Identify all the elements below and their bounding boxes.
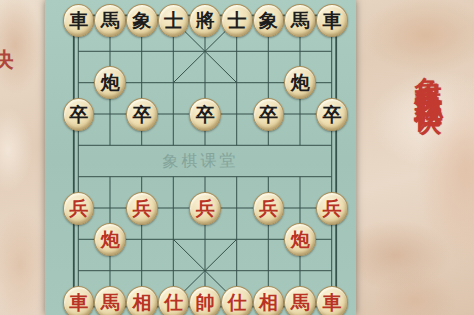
cell-i8[interactable] xyxy=(316,67,348,98)
cell-e4[interactable]: 兵 xyxy=(189,192,221,223)
cell-e9[interactable] xyxy=(189,36,221,67)
piece-black-卒[interactable]: 卒 xyxy=(63,98,95,131)
cell-h7[interactable] xyxy=(284,98,316,129)
piece-red-兵[interactable]: 兵 xyxy=(189,192,221,225)
piece-glyph: 馬 xyxy=(101,293,120,312)
cell-d3[interactable] xyxy=(158,224,190,255)
piece-glyph: 卒 xyxy=(196,105,215,124)
cell-e7[interactable]: 卒 xyxy=(189,98,221,129)
piece-glyph: 車 xyxy=(69,11,88,30)
piece-black-士[interactable]: 士 xyxy=(158,4,190,37)
cell-e5[interactable] xyxy=(189,161,221,192)
cell-h2[interactable] xyxy=(284,255,316,286)
piece-black-車[interactable]: 車 xyxy=(63,4,95,37)
piece-glyph: 將 xyxy=(196,11,215,30)
piece-glyph: 卒 xyxy=(259,105,278,124)
cell-f8[interactable] xyxy=(221,67,253,98)
piece-black-士[interactable]: 士 xyxy=(221,4,253,37)
piece-red-相[interactable]: 相 xyxy=(253,286,285,315)
piece-glyph: 兵 xyxy=(132,199,151,218)
piece-glyph: 帥 xyxy=(196,293,215,312)
piece-red-仕[interactable]: 仕 xyxy=(221,286,253,315)
cell-a8[interactable] xyxy=(63,67,95,98)
cell-g5[interactable] xyxy=(253,161,285,192)
cell-g10[interactable]: 象 xyxy=(253,5,285,36)
cell-d4[interactable] xyxy=(158,192,190,223)
xiangqi-board: 象棋课堂 車馬象士將士象馬車炮炮卒卒卒卒卒兵兵兵兵兵炮炮車馬相仕帥仕相馬車 xyxy=(45,0,356,315)
cell-e8[interactable] xyxy=(189,67,221,98)
cell-i5[interactable] xyxy=(316,161,348,192)
cell-a9[interactable] xyxy=(63,36,95,67)
cell-f1[interactable]: 仕 xyxy=(221,286,253,315)
piece-glyph: 士 xyxy=(227,11,246,30)
cell-c9[interactable] xyxy=(126,36,158,67)
cell-c8[interactable] xyxy=(126,67,158,98)
piece-glyph: 炮 xyxy=(291,230,310,249)
cell-c3[interactable] xyxy=(126,224,158,255)
cell-a1[interactable]: 車 xyxy=(63,286,95,315)
cell-f3[interactable] xyxy=(221,224,253,255)
piece-red-炮[interactable]: 炮 xyxy=(94,223,126,256)
piece-black-車[interactable]: 車 xyxy=(316,4,348,37)
cell-d1[interactable]: 仕 xyxy=(158,286,190,315)
piece-glyph: 兵 xyxy=(259,199,278,218)
cell-d7[interactable] xyxy=(158,98,190,129)
piece-glyph: 馬 xyxy=(101,11,120,30)
cell-a5[interactable] xyxy=(63,161,95,192)
cell-g7[interactable]: 卒 xyxy=(253,98,285,129)
piece-glyph: 仕 xyxy=(227,293,246,312)
piece-black-卒[interactable]: 卒 xyxy=(126,98,158,131)
cell-h4[interactable] xyxy=(284,192,316,223)
cell-b8[interactable]: 炮 xyxy=(94,67,126,98)
cell-h1[interactable]: 馬 xyxy=(284,286,316,315)
piece-black-炮[interactable]: 炮 xyxy=(284,66,316,99)
piece-glyph: 車 xyxy=(322,293,341,312)
piece-black-象[interactable]: 象 xyxy=(126,4,158,37)
piece-black-卒[interactable]: 卒 xyxy=(189,98,221,131)
cell-f9[interactable] xyxy=(221,36,253,67)
piece-red-仕[interactable]: 仕 xyxy=(158,286,190,315)
piece-black-卒[interactable]: 卒 xyxy=(316,98,348,131)
piece-red-炮[interactable]: 炮 xyxy=(284,223,316,256)
cell-i10[interactable]: 車 xyxy=(316,5,348,36)
cell-c7[interactable]: 卒 xyxy=(126,98,158,129)
cell-e1[interactable]: 帥 xyxy=(189,286,221,315)
cell-c4[interactable]: 兵 xyxy=(126,192,158,223)
piece-glyph: 卒 xyxy=(132,105,151,124)
piece-red-兵[interactable]: 兵 xyxy=(316,192,348,225)
cell-i4[interactable]: 兵 xyxy=(316,192,348,223)
piece-glyph: 象 xyxy=(132,11,151,30)
piece-red-馬[interactable]: 馬 xyxy=(94,286,126,315)
cell-b7[interactable] xyxy=(94,98,126,129)
cell-h8[interactable]: 炮 xyxy=(284,67,316,98)
piece-red-車[interactable]: 車 xyxy=(316,286,348,315)
cell-h3[interactable]: 炮 xyxy=(284,224,316,255)
piece-black-馬[interactable]: 馬 xyxy=(284,4,316,37)
cell-g1[interactable]: 相 xyxy=(253,286,285,315)
cell-i6[interactable] xyxy=(316,130,348,161)
cell-i9[interactable] xyxy=(316,36,348,67)
piece-glyph: 兵 xyxy=(322,199,341,218)
cell-a3[interactable] xyxy=(63,224,95,255)
piece-black-卒[interactable]: 卒 xyxy=(253,98,285,131)
cell-b10[interactable]: 馬 xyxy=(94,5,126,36)
cell-c1[interactable]: 相 xyxy=(126,286,158,315)
piece-glyph: 仕 xyxy=(164,293,183,312)
cell-b4[interactable] xyxy=(94,192,126,223)
cell-h5[interactable] xyxy=(284,161,316,192)
piece-red-兵[interactable]: 兵 xyxy=(253,192,285,225)
cell-c5[interactable] xyxy=(126,161,158,192)
piece-glyph: 相 xyxy=(132,293,151,312)
cell-e3[interactable] xyxy=(189,224,221,255)
piece-black-將[interactable]: 將 xyxy=(189,4,221,37)
piece-glyph: 炮 xyxy=(101,73,120,92)
cell-h9[interactable] xyxy=(284,36,316,67)
piece-glyph: 卒 xyxy=(69,105,88,124)
cell-a10[interactable]: 車 xyxy=(63,5,95,36)
piece-glyph: 卒 xyxy=(322,105,341,124)
cell-a6[interactable] xyxy=(63,130,95,161)
piece-red-馬[interactable]: 馬 xyxy=(284,286,316,315)
piece-red-帥[interactable]: 帥 xyxy=(189,286,221,315)
cell-d10[interactable]: 士 xyxy=(158,5,190,36)
cell-d2[interactable] xyxy=(158,255,190,286)
cell-b2[interactable] xyxy=(94,255,126,286)
cell-d8[interactable] xyxy=(158,67,190,98)
piece-red-車[interactable]: 車 xyxy=(63,286,95,315)
piece-red-相[interactable]: 相 xyxy=(126,286,158,315)
piece-glyph: 炮 xyxy=(291,73,310,92)
cell-c6[interactable] xyxy=(126,130,158,161)
piece-black-馬[interactable]: 馬 xyxy=(94,4,126,37)
cell-c2[interactable] xyxy=(126,255,158,286)
cell-i7[interactable]: 卒 xyxy=(316,98,348,129)
cell-h10[interactable]: 馬 xyxy=(284,5,316,36)
cell-f10[interactable]: 士 xyxy=(221,5,253,36)
cell-f4[interactable] xyxy=(221,192,253,223)
piece-glyph: 象 xyxy=(259,11,278,30)
piece-glyph: 兵 xyxy=(69,199,88,218)
piece-glyph: 馬 xyxy=(291,11,310,30)
piece-glyph: 相 xyxy=(259,293,278,312)
cell-g4[interactable]: 兵 xyxy=(253,192,285,223)
cell-f6[interactable] xyxy=(221,130,253,161)
piece-black-炮[interactable]: 炮 xyxy=(94,66,126,99)
cell-f7[interactable] xyxy=(221,98,253,129)
cell-i2[interactable] xyxy=(316,255,348,286)
piece-glyph: 炮 xyxy=(101,230,120,249)
cell-d5[interactable] xyxy=(158,161,190,192)
piece-glyph: 車 xyxy=(322,11,341,30)
cell-g6[interactable] xyxy=(253,130,285,161)
cell-b1[interactable]: 馬 xyxy=(94,286,126,315)
cell-f5[interactable] xyxy=(221,161,253,192)
cell-b6[interactable] xyxy=(94,130,126,161)
piece-red-兵[interactable]: 兵 xyxy=(126,192,158,225)
cell-d6[interactable] xyxy=(158,130,190,161)
cell-g9[interactable] xyxy=(253,36,285,67)
piece-black-象[interactable]: 象 xyxy=(253,4,285,37)
cell-b3[interactable]: 炮 xyxy=(94,224,126,255)
xiangqi-diagram: 决。 象棋课堂 車馬象士將士象馬車炮炮卒卒卒卒卒兵兵兵兵兵炮炮車馬相仕帥仕相馬車… xyxy=(0,0,474,315)
cell-d9[interactable] xyxy=(158,36,190,67)
cell-b5[interactable] xyxy=(94,161,126,192)
piece-grid: 車馬象士將士象馬車炮炮卒卒卒卒卒兵兵兵兵兵炮炮車馬相仕帥仕相馬車 xyxy=(63,5,348,315)
cell-e10[interactable]: 將 xyxy=(189,5,221,36)
cell-b9[interactable] xyxy=(94,36,126,67)
cell-g3[interactable] xyxy=(253,224,285,255)
cell-i1[interactable]: 車 xyxy=(316,286,348,315)
cell-g8[interactable] xyxy=(253,67,285,98)
cell-h6[interactable] xyxy=(284,130,316,161)
piece-glyph: 兵 xyxy=(196,199,215,218)
piece-glyph: 車 xyxy=(69,293,88,312)
cell-i3[interactable] xyxy=(316,224,348,255)
cell-e6[interactable] xyxy=(189,130,221,161)
cell-c10[interactable]: 象 xyxy=(126,5,158,36)
piece-glyph: 士 xyxy=(164,11,183,30)
cell-a4[interactable]: 兵 xyxy=(63,192,95,223)
cell-a2[interactable] xyxy=(63,255,95,286)
right-banner-title: 象棋速胜秘诀 xyxy=(409,54,447,90)
piece-glyph: 馬 xyxy=(291,293,310,312)
cell-g2[interactable] xyxy=(253,255,285,286)
cell-f2[interactable] xyxy=(221,255,253,286)
cell-e2[interactable] xyxy=(189,255,221,286)
piece-red-兵[interactable]: 兵 xyxy=(63,192,95,225)
left-cropped-text: 决。 xyxy=(0,32,17,53)
cell-a7[interactable]: 卒 xyxy=(63,98,95,129)
